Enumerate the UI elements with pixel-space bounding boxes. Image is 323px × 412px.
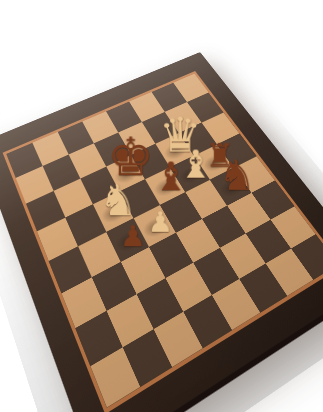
square-c4[interactable]: ♟ bbox=[106, 218, 149, 262]
chess-board: ♚♛♞♝♝♜♟♟♞ bbox=[0, 52, 323, 412]
piece-black-knight-g4[interactable]: ♞ bbox=[198, 156, 277, 195]
board-border: ♚♛♞♝♝♜♟♟♞ bbox=[0, 52, 323, 412]
square-a7[interactable] bbox=[16, 166, 54, 204]
scene-perspective: ♚♛♞♝♝♜♟♟♞ bbox=[0, 0, 323, 412]
square-a1[interactable] bbox=[90, 347, 140, 407]
photo-canvas: ♚♛♞♝♝♜♟♟♞ bbox=[0, 0, 323, 412]
board-field: ♚♛♞♝♝♜♟♟♞ bbox=[3, 71, 323, 412]
piece-black-pawn-c4[interactable]: ♟ bbox=[91, 223, 176, 250]
